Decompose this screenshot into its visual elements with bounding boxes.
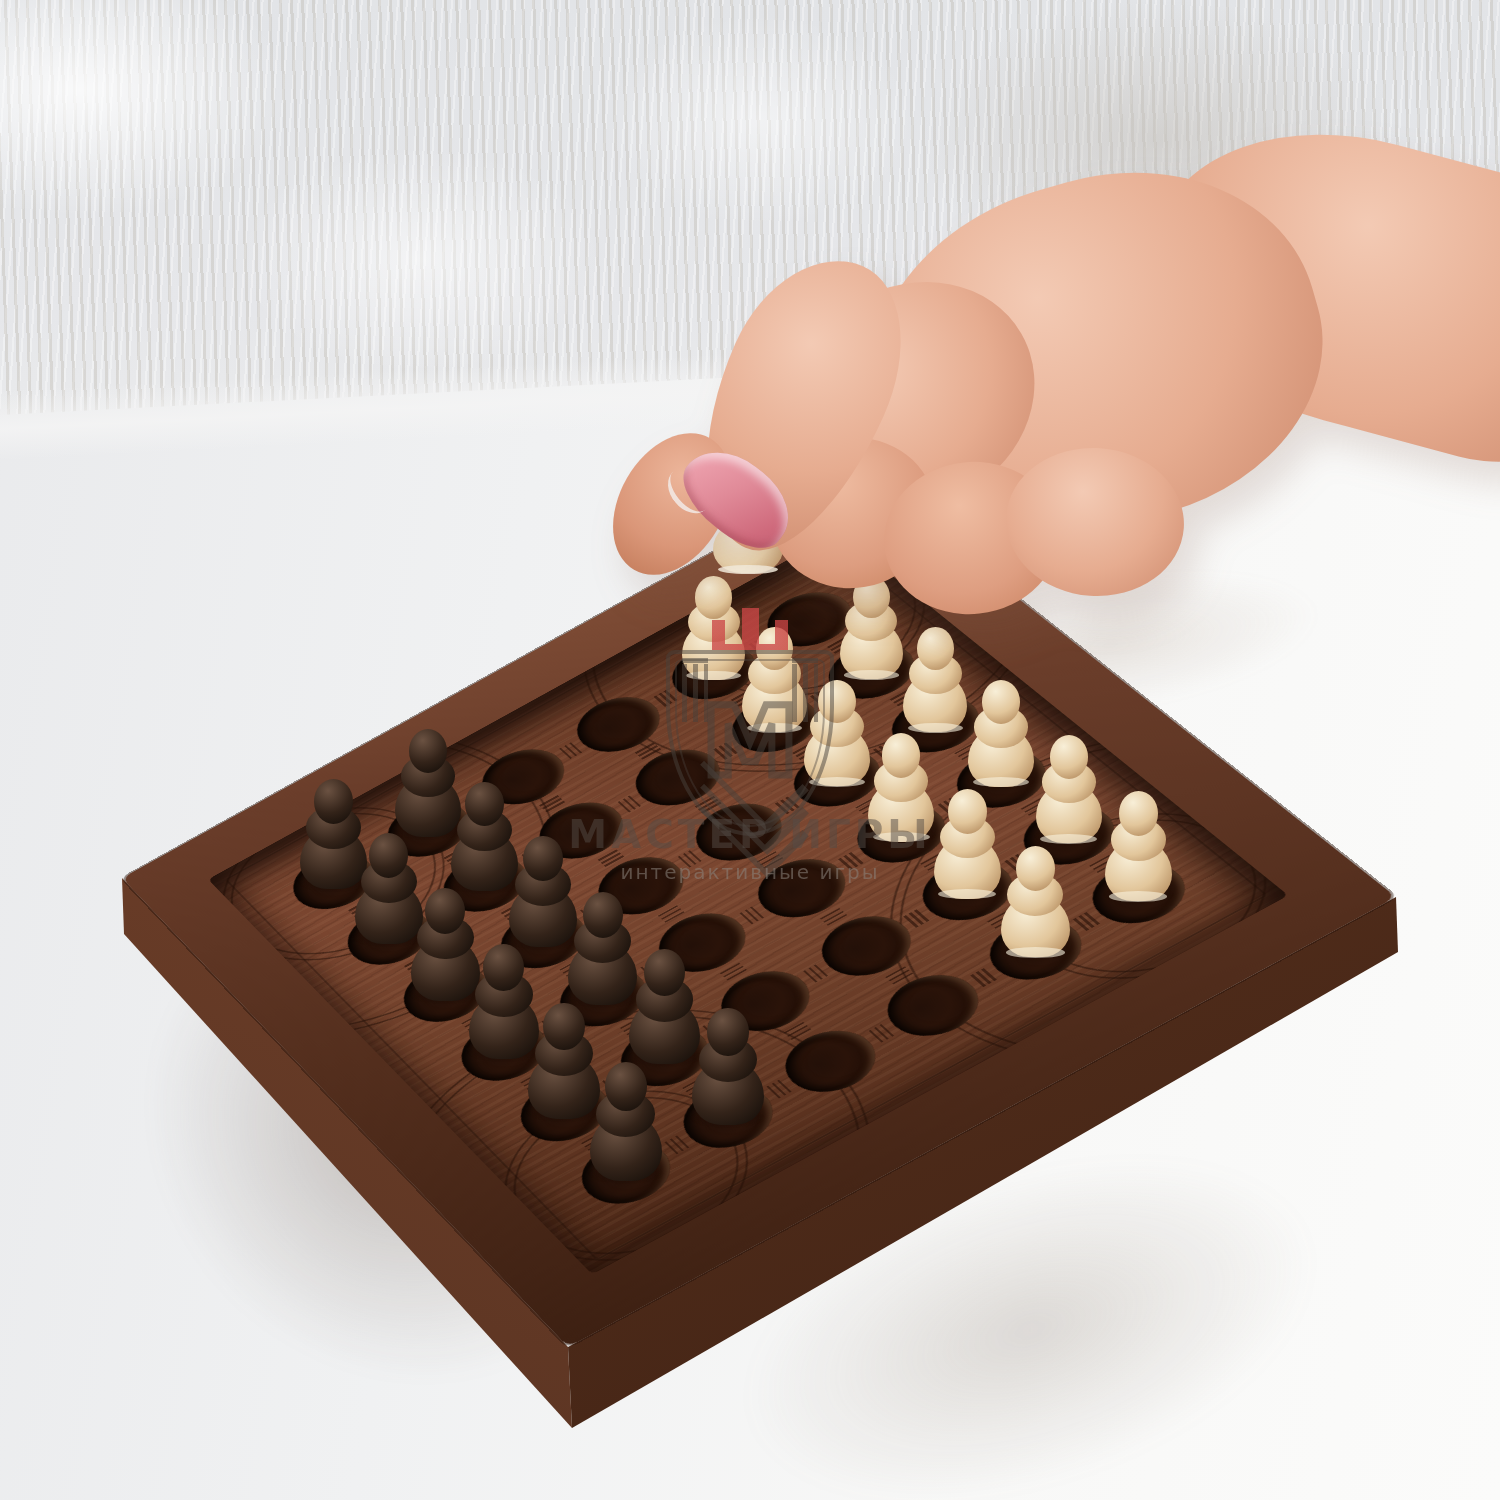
scene: М МАСТЕР ИГРЫ интерактивные игры — [0, 0, 1500, 1500]
held-piece[interactable] — [713, 475, 783, 573]
held-piece-layer — [0, 0, 1500, 1500]
